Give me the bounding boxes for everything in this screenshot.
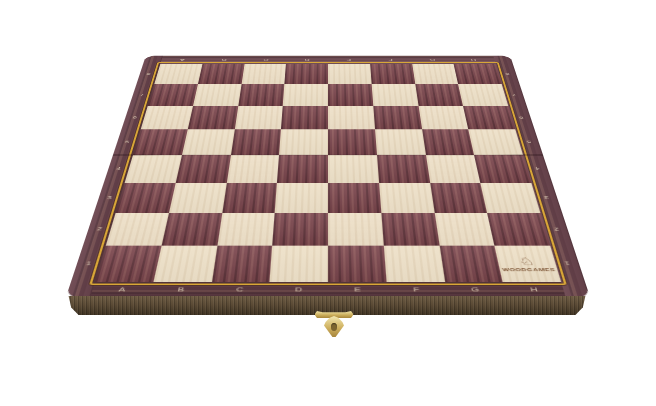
square-g1 (439, 246, 503, 282)
square-a7 (148, 84, 198, 106)
square-g3 (430, 183, 488, 213)
square-h7 (458, 84, 508, 106)
square-f5 (375, 129, 426, 155)
square-g8 (412, 64, 458, 84)
square-e3 (328, 183, 381, 213)
square-g2 (434, 213, 495, 246)
square-b3 (169, 183, 227, 213)
square-h8 (454, 64, 502, 84)
brand-name: WOODGAMES (502, 267, 556, 272)
square-h2 (487, 213, 550, 246)
square-c4 (226, 155, 279, 183)
square-b4 (176, 155, 231, 183)
square-a2 (106, 213, 169, 246)
square-b8 (198, 64, 244, 84)
square-a8 (154, 64, 202, 84)
board-grid: ♘ WOODGAMES (95, 64, 561, 282)
square-e1 (328, 246, 386, 282)
file-labels-near: ABCDEFGH (90, 282, 566, 298)
square-f2 (381, 213, 439, 246)
coordinate-label: F (369, 56, 411, 64)
square-b2 (161, 213, 222, 246)
square-h4 (474, 155, 531, 183)
square-c1 (211, 246, 272, 282)
square-g4 (426, 155, 481, 183)
coordinate-label: D (269, 282, 328, 298)
square-d6 (281, 106, 328, 130)
square-h6 (463, 106, 515, 130)
coordinate-label: A (90, 282, 153, 298)
square-c3 (222, 183, 277, 213)
square-b6 (187, 106, 237, 130)
square-c5 (231, 129, 282, 155)
square-d2 (272, 213, 328, 246)
square-d1 (270, 246, 328, 282)
square-h5 (469, 129, 523, 155)
square-f1 (384, 246, 445, 282)
square-a6 (141, 106, 193, 130)
square-d8 (285, 64, 328, 84)
square-g7 (415, 84, 463, 106)
square-a1 (95, 246, 161, 282)
coordinate-label: G (445, 282, 507, 298)
square-a3 (116, 183, 176, 213)
square-e2 (328, 213, 384, 246)
square-e5 (328, 129, 377, 155)
clasp-hole (331, 323, 337, 331)
square-d4 (277, 155, 328, 183)
coordinate-label: C (244, 56, 286, 64)
product-photo: ♘ WOODGAMES ABCDEFGH ABCDEFGH 87654321 8… (0, 0, 656, 406)
square-d5 (279, 129, 328, 155)
square-f4 (377, 155, 430, 183)
coordinate-label: H (452, 56, 496, 64)
square-d7 (283, 84, 328, 106)
square-h3 (480, 183, 540, 213)
square-f7 (371, 84, 418, 106)
coordinate-label: H (503, 282, 566, 298)
square-f3 (379, 183, 434, 213)
square-f6 (373, 106, 422, 130)
square-c7 (238, 84, 285, 106)
square-e7 (328, 84, 373, 106)
square-e6 (328, 106, 375, 130)
square-b5 (182, 129, 235, 155)
coordinate-label: B (150, 282, 212, 298)
board-front-edge (66, 296, 588, 315)
brass-clasp-icon (324, 316, 344, 337)
knight-icon: ♘ (517, 255, 536, 266)
square-a4 (125, 155, 182, 183)
fold-seam (113, 154, 543, 155)
square-f8 (370, 64, 415, 84)
square-d3 (275, 183, 328, 213)
coordinate-label: E (328, 282, 387, 298)
square-b1 (153, 246, 217, 282)
coordinate-label: D (286, 56, 328, 64)
square-e8 (328, 64, 371, 84)
square-c2 (217, 213, 275, 246)
square-c8 (241, 64, 286, 84)
coordinate-label: E (328, 56, 370, 64)
coordinate-label: A (160, 56, 204, 64)
square-b7 (193, 84, 241, 106)
file-labels-far: ABCDEFGH (160, 56, 495, 64)
coordinate-label: F (386, 282, 447, 298)
square-a5 (133, 129, 187, 155)
coordinate-label: B (202, 56, 245, 64)
coordinate-label: C (209, 282, 270, 298)
square-g6 (418, 106, 468, 130)
square-g5 (422, 129, 475, 155)
square-e4 (328, 155, 379, 183)
coordinate-label: G (411, 56, 454, 64)
chess-board: ♘ WOODGAMES ABCDEFGH ABCDEFGH 87654321 8… (66, 56, 591, 298)
square-c6 (234, 106, 283, 130)
